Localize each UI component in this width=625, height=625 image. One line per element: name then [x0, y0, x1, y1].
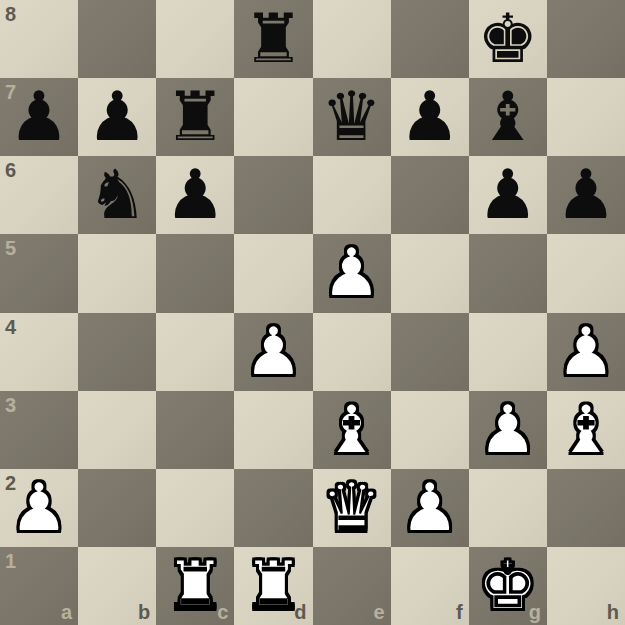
file-label-h: h — [607, 602, 619, 622]
square-c4[interactable] — [156, 313, 234, 391]
piece-black-queen[interactable]: ♛ — [321, 78, 382, 156]
square-e7[interactable]: ♛ — [313, 78, 391, 156]
chess-board: 8♜♚7♟♟♜♛♟♝6♞♟♟♟5♟4♟♟3♝♟♝2♟♛♟1abc♜d♜efg♚h — [0, 0, 625, 625]
square-f7[interactable]: ♟ — [391, 78, 469, 156]
square-e6[interactable] — [313, 156, 391, 234]
square-a3[interactable]: 3 — [0, 391, 78, 469]
square-b6[interactable]: ♞ — [78, 156, 156, 234]
piece-white-pawn[interactable]: ♟ — [9, 469, 70, 547]
square-g1[interactable]: g♚ — [469, 547, 547, 625]
piece-white-pawn[interactable]: ♟ — [555, 313, 616, 391]
square-c7[interactable]: ♜ — [156, 78, 234, 156]
square-d8[interactable]: ♜ — [234, 0, 312, 78]
rank-label-4: 4 — [5, 317, 16, 337]
square-e8[interactable] — [313, 0, 391, 78]
square-c6[interactable]: ♟ — [156, 156, 234, 234]
square-d5[interactable] — [234, 234, 312, 312]
square-f8[interactable] — [391, 0, 469, 78]
square-h5[interactable] — [547, 234, 625, 312]
square-g3[interactable]: ♟ — [469, 391, 547, 469]
piece-black-king[interactable]: ♚ — [477, 0, 538, 78]
square-e4[interactable] — [313, 313, 391, 391]
square-a7[interactable]: 7♟ — [0, 78, 78, 156]
square-h8[interactable] — [547, 0, 625, 78]
piece-white-rook[interactable]: ♜ — [165, 547, 226, 625]
rank-label-5: 5 — [5, 238, 16, 258]
square-a5[interactable]: 5 — [0, 234, 78, 312]
piece-black-pawn[interactable]: ♟ — [555, 156, 616, 234]
square-d4[interactable]: ♟ — [234, 313, 312, 391]
piece-black-pawn[interactable]: ♟ — [87, 78, 148, 156]
piece-white-rook[interactable]: ♜ — [243, 547, 304, 625]
square-g8[interactable]: ♚ — [469, 0, 547, 78]
square-b5[interactable] — [78, 234, 156, 312]
square-b8[interactable] — [78, 0, 156, 78]
square-h7[interactable] — [547, 78, 625, 156]
square-h6[interactable]: ♟ — [547, 156, 625, 234]
square-h1[interactable]: h — [547, 547, 625, 625]
square-b3[interactable] — [78, 391, 156, 469]
rank-label-3: 3 — [5, 395, 16, 415]
square-c3[interactable] — [156, 391, 234, 469]
piece-black-pawn[interactable]: ♟ — [165, 156, 226, 234]
square-h3[interactable]: ♝ — [547, 391, 625, 469]
square-b2[interactable] — [78, 469, 156, 547]
square-e2[interactable]: ♛ — [313, 469, 391, 547]
square-g7[interactable]: ♝ — [469, 78, 547, 156]
square-f4[interactable] — [391, 313, 469, 391]
square-c5[interactable] — [156, 234, 234, 312]
file-label-b: b — [138, 602, 150, 622]
square-g4[interactable] — [469, 313, 547, 391]
piece-white-pawn[interactable]: ♟ — [477, 391, 538, 469]
piece-white-queen[interactable]: ♛ — [321, 469, 382, 547]
piece-white-pawn[interactable]: ♟ — [321, 234, 382, 312]
square-b7[interactable]: ♟ — [78, 78, 156, 156]
square-g2[interactable] — [469, 469, 547, 547]
piece-black-pawn[interactable]: ♟ — [399, 78, 460, 156]
piece-black-pawn[interactable]: ♟ — [477, 156, 538, 234]
rank-label-1: 1 — [5, 551, 16, 571]
file-label-f: f — [456, 602, 463, 622]
square-h4[interactable]: ♟ — [547, 313, 625, 391]
piece-black-rook[interactable]: ♜ — [165, 78, 226, 156]
square-f3[interactable] — [391, 391, 469, 469]
piece-black-bishop[interactable]: ♝ — [477, 78, 538, 156]
square-b4[interactable] — [78, 313, 156, 391]
square-f1[interactable]: f — [391, 547, 469, 625]
square-a1[interactable]: 1a — [0, 547, 78, 625]
square-c1[interactable]: c♜ — [156, 547, 234, 625]
square-e3[interactable]: ♝ — [313, 391, 391, 469]
piece-white-pawn[interactable]: ♟ — [243, 313, 304, 391]
file-label-a: a — [61, 602, 72, 622]
square-d3[interactable] — [234, 391, 312, 469]
square-b1[interactable]: b — [78, 547, 156, 625]
piece-black-pawn[interactable]: ♟ — [9, 78, 70, 156]
square-d6[interactable] — [234, 156, 312, 234]
square-f5[interactable] — [391, 234, 469, 312]
square-c2[interactable] — [156, 469, 234, 547]
square-f6[interactable] — [391, 156, 469, 234]
square-a2[interactable]: 2♟ — [0, 469, 78, 547]
piece-white-pawn[interactable]: ♟ — [399, 469, 460, 547]
square-d1[interactable]: d♜ — [234, 547, 312, 625]
piece-black-rook[interactable]: ♜ — [243, 0, 304, 78]
square-a8[interactable]: 8 — [0, 0, 78, 78]
piece-black-knight[interactable]: ♞ — [87, 156, 148, 234]
piece-white-bishop[interactable]: ♝ — [555, 391, 616, 469]
square-e1[interactable]: e — [313, 547, 391, 625]
square-c8[interactable] — [156, 0, 234, 78]
square-a6[interactable]: 6 — [0, 156, 78, 234]
square-d7[interactable] — [234, 78, 312, 156]
square-g6[interactable]: ♟ — [469, 156, 547, 234]
square-g5[interactable] — [469, 234, 547, 312]
square-e5[interactable]: ♟ — [313, 234, 391, 312]
square-h2[interactable] — [547, 469, 625, 547]
rank-label-6: 6 — [5, 160, 16, 180]
file-label-e: e — [374, 602, 385, 622]
piece-white-king[interactable]: ♚ — [477, 547, 538, 625]
piece-white-bishop[interactable]: ♝ — [321, 391, 382, 469]
rank-label-8: 8 — [5, 4, 16, 24]
square-d2[interactable] — [234, 469, 312, 547]
square-a4[interactable]: 4 — [0, 313, 78, 391]
square-f2[interactable]: ♟ — [391, 469, 469, 547]
